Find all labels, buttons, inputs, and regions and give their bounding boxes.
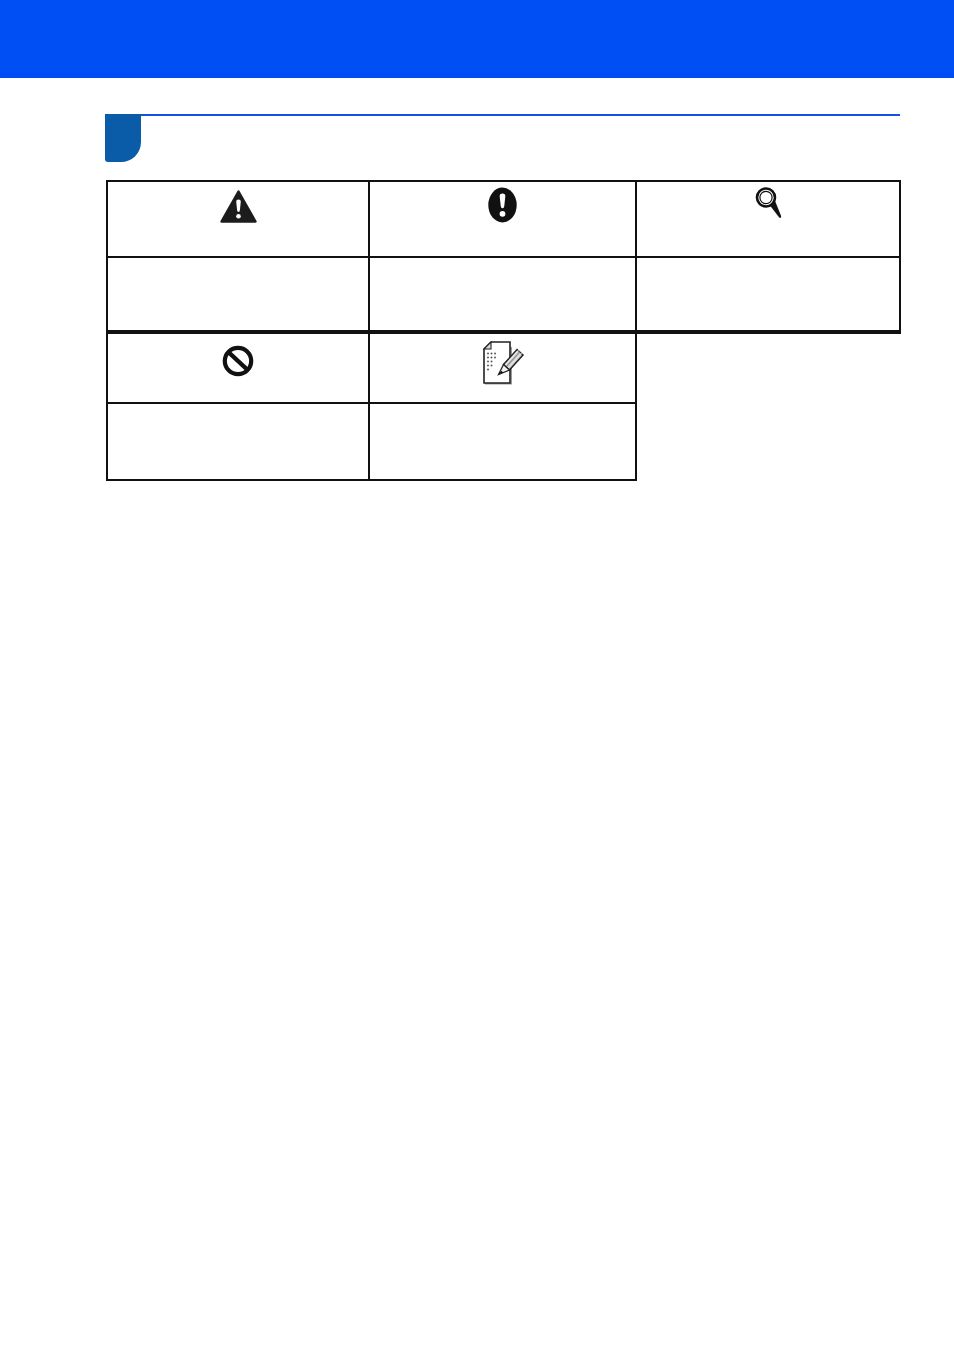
symbols-table-cell-r1c1 xyxy=(108,182,370,258)
symbols-table-cell-r4c2 xyxy=(370,404,635,479)
symbols-table-cell-r2c3 xyxy=(637,258,899,332)
symbols-table-cell-r2c2 xyxy=(370,258,637,332)
note-icon xyxy=(479,339,526,387)
symbols-table-cell-r1c3 xyxy=(637,182,899,258)
symbols-table-cell-r4c1 xyxy=(108,404,370,479)
section-heading-rule xyxy=(141,114,900,116)
symbols-table-cell-r1c2 xyxy=(370,182,637,258)
header-bar xyxy=(0,0,954,78)
symbols-table-cell-r3c2 xyxy=(370,334,635,404)
prohibition-icon xyxy=(222,345,254,377)
warning-icon xyxy=(220,190,257,223)
magnifier-icon xyxy=(753,186,784,225)
symbols-table-cell-r3c1 xyxy=(108,334,370,404)
symbols-table-cell-r2c1 xyxy=(108,258,370,332)
symbols-table-bottom xyxy=(106,334,637,481)
symbols-table-top xyxy=(106,180,901,334)
caution-icon xyxy=(487,186,518,224)
page xyxy=(0,0,954,1350)
section-heading-tab xyxy=(105,114,141,162)
